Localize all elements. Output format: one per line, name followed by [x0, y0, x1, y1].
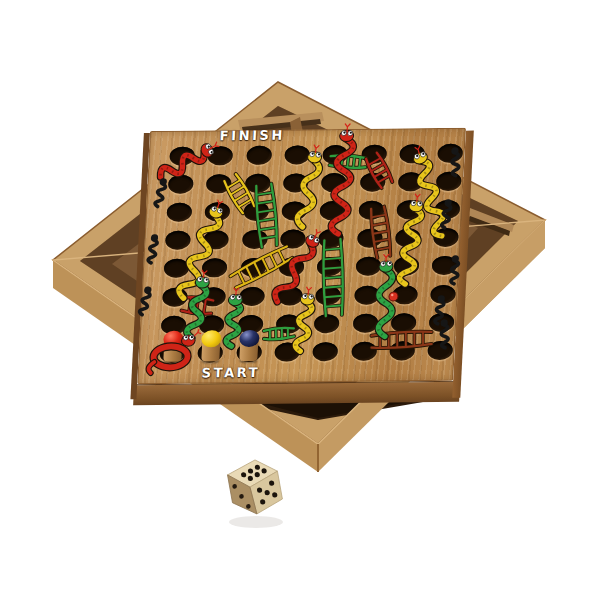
- red-ball-art: [389, 292, 398, 301]
- board-edge-bottom: [133, 381, 460, 405]
- finish-label: FINISH: [219, 128, 285, 144]
- peg-yellow: [201, 328, 221, 362]
- peg-blue: [239, 327, 259, 361]
- snake-art: [293, 287, 316, 352]
- ladder-art: [223, 173, 256, 214]
- snake-art: [331, 124, 356, 234]
- ladder-art: [370, 206, 392, 258]
- black-snake-art: [154, 178, 167, 207]
- black-snake-art: [440, 319, 448, 348]
- snake-art: [398, 194, 424, 285]
- ladder-art: [323, 239, 343, 316]
- board-surface: FINISH START: [137, 128, 466, 384]
- start-label: START: [201, 365, 260, 381]
- board: FINISH START: [137, 128, 466, 384]
- black-snake-art: [147, 234, 158, 263]
- scene: FINISH START: [0, 0, 600, 600]
- black-snake-art: [450, 255, 459, 284]
- black-snake-art: [451, 147, 459, 176]
- ladder-art: [230, 245, 293, 289]
- die: [216, 452, 292, 536]
- snake-art: [296, 145, 324, 228]
- ladder-art: [264, 327, 294, 340]
- red-snake-coil: [143, 328, 203, 377]
- snake-art: [157, 138, 220, 183]
- ladder-art: [365, 152, 394, 189]
- ladder-art: [255, 184, 278, 248]
